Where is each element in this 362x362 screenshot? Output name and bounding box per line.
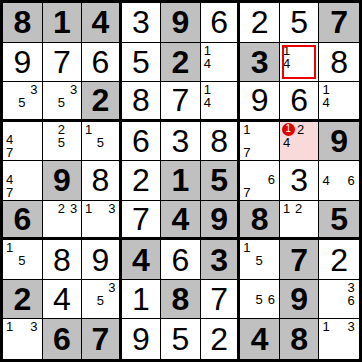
cell-r6c6[interactable]: 9 [201,201,241,241]
candidate-digit: 5 [18,254,25,267]
candidate-digit: 2 [58,123,65,136]
given-digit: 5 [330,203,348,235]
candidate-slot-4 [241,254,253,267]
candidate-slot-6 [68,136,80,149]
solved-digit: 4 [53,283,71,315]
cell-r8c5[interactable]: 8 [161,280,201,320]
cell-r5c8[interactable]: 3 [280,161,320,201]
candidate-slot-3: 3 [345,281,358,294]
candidate-slot-7 [83,149,95,160]
solved-digit: 8 [330,46,348,78]
candidate-slot-7: 7 [4,186,16,199]
candidate-slot-2 [333,162,346,174]
cell-r2c7[interactable]: 3 [240,43,280,83]
cell-r5c6[interactable]: 5 [201,161,241,201]
candidate-digit: 5 [58,136,65,149]
candidate-digit: 4 [204,96,211,109]
candidate-slot-3 [345,83,358,96]
candidate-slot-1 [241,162,253,173]
candidate-slot-8 [56,109,68,118]
candidates: 15 [4,241,41,278]
candidate-digit: 5 [256,254,263,267]
cell-r7c4[interactable]: 4 [122,240,162,280]
cell-r1c6[interactable]: 6 [201,3,241,43]
candidate-digit: 1 [85,123,92,136]
given-digit: 3 [210,244,228,276]
solved-digit: 6 [132,125,150,157]
candidates: 14 [202,44,237,81]
candidate-slot-9 [28,186,40,199]
candidate-digit: 2 [58,202,65,215]
cell-r7c2[interactable]: 8 [43,240,83,280]
cell-r6c9[interactable]: 5 [319,201,359,241]
solved-digit: 9 [91,244,109,276]
candidate-slot-8 [16,109,28,118]
cell-r2c1[interactable]: 9 [3,43,43,83]
candidate-digit: 6 [268,173,275,186]
candidate-digit: 3 [30,83,37,96]
cell-r8c2[interactable]: 4 [43,280,83,320]
candidate-digit: 4 [322,174,329,187]
candidate-digit: 6 [347,294,354,307]
candidates: 15 [241,241,278,278]
candidate-slot-6 [266,254,278,267]
candidate-slot-2 [95,281,107,294]
solved-digit: 3 [290,164,308,196]
candidate-slot-1: 1 [83,202,95,215]
candidate-slot-6 [68,215,80,226]
cell-r5c5[interactable]: 1 [161,161,201,201]
candidate-slot-1: 1 [241,123,253,136]
cell-r8c1[interactable]: 2 [3,280,43,320]
cell-r7c5[interactable]: 6 [161,240,201,280]
cell-r4c2[interactable]: 25 [43,122,83,162]
solved-digit: 9 [13,46,31,78]
candidate-slot-7 [202,70,214,81]
candidate-slot-8 [295,149,306,160]
cell-r1c3[interactable]: 4 [82,3,122,43]
candidate-slot-2 [213,83,225,96]
cell-r5c4[interactable]: 2 [122,161,162,201]
cell-r7c9[interactable]: 2 [319,240,359,280]
candidate-slot-1 [320,281,333,294]
cell-r9c8[interactable]: 8 [280,319,320,359]
candidate-slot-6 [28,333,40,345]
candidate-slot-9 [106,149,118,160]
cell-r5c9[interactable]: 46 [319,161,359,201]
cell-r9c6[interactable]: 2 [201,319,241,359]
candidate-slot-8 [213,109,225,118]
candidate-slot-8 [254,186,266,199]
candidate-slot-2 [95,123,107,136]
candidate-slot-9 [106,307,118,318]
candidate-slot-7 [44,226,56,237]
candidate-digit: 6 [347,174,354,187]
candidate-slot-5 [333,96,346,109]
candidate-slot-5 [95,215,107,226]
candidate-slot-7 [281,70,293,81]
candidate-slot-1: 1 [281,202,293,215]
cell-r8c4[interactable]: 1 [122,280,162,320]
candidate-slot-5: 5 [56,96,68,109]
given-digit: 9 [290,283,308,315]
cell-r9c3[interactable]: 7 [82,319,122,359]
candidate-slot-6 [106,294,118,307]
given-digit: 8 [251,203,269,235]
candidate-slot-4 [320,333,333,345]
candidate-slot-1: 1 [281,44,293,57]
candidate-slot-7 [281,149,295,160]
cell-r3c8[interactable]: 6 [280,82,320,122]
cell-r8c7[interactable]: 56 [240,280,280,320]
given-digit: 9 [53,164,71,196]
candidate-slot-9 [225,70,237,81]
candidate-slot-1: 1 [202,44,214,57]
solved-digit: 3 [172,125,190,157]
cell-r8c9[interactable]: 36 [319,280,359,320]
candidate-slot-6: 6 [345,174,358,187]
candidate-slot-9 [305,70,317,81]
given-digit: 7 [290,244,308,276]
cell-r9c1[interactable]: 13 [3,319,43,359]
given-digit: 8 [13,6,31,38]
cell-r2c3[interactable]: 6 [82,43,122,83]
candidate-slot-2: 2 [295,123,306,136]
solved-digit: 9 [251,84,269,116]
candidates: 36 [320,281,358,318]
solved-digit: 7 [172,84,190,116]
candidate-slot-5 [56,215,68,226]
cell-r1c2[interactable]: 1 [43,3,83,43]
candidate-slot-5 [293,57,305,70]
candidate-slot-1: 1 [320,320,333,333]
candidate-slot-1: 1 [281,123,295,136]
candidate-slot-7 [320,109,333,118]
candidates: 14 [320,83,358,118]
cell-r9c9[interactable]: 13 [319,319,359,359]
cell-r4c7[interactable]: 17 [240,122,280,162]
circled-candidate-digit: 1 [282,123,295,136]
candidate-slot-3 [305,202,317,215]
candidate-slot-9 [306,149,317,160]
cell-r3c5[interactable]: 7 [161,82,201,122]
candidate-slot-4: 4 [281,136,295,149]
candidate-slot-4 [83,136,95,149]
candidate-slot-9 [225,109,237,118]
cell-r1c5[interactable]: 9 [161,3,201,43]
candidate-digit: 1 [204,44,211,57]
candidate-slot-5 [333,333,346,345]
candidate-slot-9 [28,346,40,358]
candidate-slot-8 [293,226,305,237]
candidate-slot-1: 1 [83,123,95,136]
cell-r2c4[interactable]: 5 [122,43,162,83]
candidate-slot-3 [68,123,80,136]
cell-r4c9[interactable]: 9 [319,122,359,162]
cell-r6c1[interactable]: 6 [3,201,43,241]
candidate-slot-8 [16,267,28,278]
candidate-slot-8 [254,267,266,278]
cell-r1c1[interactable]: 8 [3,3,43,43]
candidate-slot-2 [333,83,346,96]
candidate-slot-4 [4,333,16,345]
cell-r5c2[interactable]: 9 [43,161,83,201]
candidate-digit: 7 [6,186,13,199]
cell-r7c3[interactable]: 9 [82,240,122,280]
cell-r3c7[interactable]: 9 [240,82,280,122]
candidate-slot-7 [320,187,333,199]
cell-r5c3[interactable]: 8 [82,161,122,201]
candidate-slot-1 [44,202,56,215]
cell-r3c9[interactable]: 14 [319,82,359,122]
solved-digit: 2 [132,164,150,196]
candidates: 47 [4,162,41,199]
candidate-slot-3 [28,241,40,254]
cell-r3c1[interactable]: 35 [3,82,43,122]
candidate-slot-4 [281,215,293,226]
given-digit: 4 [132,244,150,276]
candidate-slot-8 [16,346,28,358]
candidate-slot-7: 7 [241,146,253,159]
candidate-slot-7 [320,346,333,358]
cell-r4c1[interactable]: 47 [3,122,43,162]
candidate-slot-7 [4,109,16,118]
candidate-slot-3: 3 [28,320,40,333]
cell-r6c5[interactable]: 4 [161,201,201,241]
candidates: 35 [4,83,41,118]
candidate-slot-8 [213,70,225,81]
candidate-slot-9 [68,149,80,160]
candidate-slot-6 [305,57,317,70]
candidates: 46 [320,162,358,199]
candidate-slot-4 [320,294,333,307]
cell-r1c4[interactable]: 3 [122,3,162,43]
cell-r6c3[interactable]: 13 [82,201,122,241]
cell-r6c4[interactable]: 7 [122,201,162,241]
cell-r6c2[interactable]: 23 [43,201,83,241]
candidate-digit: 2 [295,202,302,215]
solved-digit: 5 [132,46,150,78]
cell-r7c7[interactable]: 15 [240,240,280,280]
candidate-slot-9 [345,187,358,199]
given-digit: 4 [251,323,269,355]
candidate-digit: 1 [283,202,290,215]
candidates: 25 [44,123,81,160]
candidates: 17 [241,123,278,160]
candidate-slot-3: 3 [106,281,118,294]
candidate-slot-6 [68,96,80,109]
candidate-slot-6: 6 [266,293,278,306]
given-digit: 6 [13,203,31,235]
candidate-digit: 3 [108,202,115,215]
given-digit: 8 [172,283,190,315]
cell-r9c5[interactable]: 5 [161,319,201,359]
cell-r8c3[interactable]: 35 [82,280,122,320]
candidate-slot-2 [333,320,346,333]
cell-r8c6[interactable]: 7 [201,280,241,320]
candidate-slot-9 [345,346,358,358]
cell-r2c6[interactable]: 14 [201,43,241,83]
candidate-slot-3 [225,83,237,96]
solved-digit: 5 [290,6,308,38]
solved-digit: 8 [53,244,71,276]
candidate-slot-9 [266,186,278,199]
given-digit: 9 [172,6,190,38]
candidate-slot-6 [225,57,237,70]
solved-digit: 6 [91,46,109,78]
candidate-slot-2 [254,281,266,293]
candidate-slot-5 [16,333,28,345]
cell-r3c4[interactable]: 8 [122,82,162,122]
candidates: 56 [241,281,278,318]
candidate-slot-5 [254,136,266,147]
cell-r2c5[interactable]: 2 [161,43,201,83]
candidate-slot-6 [305,215,317,226]
sudoku-board: 8143962579765214314835352871496144725156… [0,0,362,362]
cell-r7c8[interactable]: 7 [280,240,320,280]
candidate-digit: 1 [6,241,13,254]
candidates: 13 [83,202,118,237]
candidate-slot-5 [16,173,28,186]
candidate-slot-3: 3 [345,320,358,333]
candidate-slot-4: 4 [320,96,333,109]
candidate-digit: 1 [283,44,290,57]
cell-r4c5[interactable]: 3 [161,122,201,162]
candidate-slot-2: 2 [56,202,68,215]
cell-r1c7[interactable]: 2 [240,3,280,43]
cell-r9c7[interactable]: 4 [240,319,280,359]
given-digit: 1 [53,6,71,38]
candidate-slot-8 [95,226,107,237]
cell-r2c8[interactable]: 14 [280,43,320,83]
solved-digit: 9 [132,323,150,355]
candidate-slot-8 [95,149,107,160]
candidate-slot-3 [28,123,40,134]
cell-r4c6[interactable]: 8 [201,122,241,162]
candidate-slot-3 [106,123,118,136]
candidate-slot-7 [83,226,95,237]
candidate-slot-2 [213,44,225,57]
given-digit: 2 [172,46,190,78]
cell-r6c7[interactable]: 8 [240,201,280,241]
cell-r6c8[interactable]: 12 [280,201,320,241]
candidate-slot-7 [83,307,95,318]
cell-r9c2[interactable]: 6 [43,319,83,359]
candidate-slot-7 [4,346,16,358]
solved-digit: 7 [53,46,71,78]
candidate-slot-7 [44,149,56,160]
candidate-digit: 1 [85,202,92,215]
candidates: 13 [4,320,41,358]
cell-r4c3[interactable]: 15 [82,122,122,162]
given-digit: 2 [13,283,31,315]
candidate-slot-8 [254,146,266,159]
candidates: 124 [281,123,318,160]
candidate-slot-5 [213,96,225,109]
candidate-slot-2 [16,123,28,134]
candidate-slot-9 [68,109,80,118]
solved-digit: 8 [91,164,109,196]
cell-r3c2[interactable]: 35 [43,82,83,122]
candidate-slot-4: 4 [4,173,16,186]
candidate-slot-1 [241,281,253,293]
candidate-slot-9 [266,267,278,278]
cell-r4c8[interactable]: 124 [280,122,320,162]
candidate-slot-8 [293,70,305,81]
candidate-slot-8 [16,186,28,199]
solved-digit: 2 [330,244,348,276]
candidate-slot-9 [106,226,118,237]
candidate-slot-2 [254,162,266,173]
candidate-digit: 4 [204,57,211,70]
candidate-slot-4 [44,215,56,226]
candidate-slot-1 [4,83,16,96]
candidate-slot-1 [83,281,95,294]
cell-r7c1[interactable]: 15 [3,240,43,280]
candidate-slot-6 [28,96,40,109]
solved-digit: 6 [290,84,308,116]
candidates: 47 [4,123,41,160]
cell-r4c4[interactable]: 6 [122,122,162,162]
candidate-slot-2: 2 [56,123,68,136]
candidate-slot-5: 5 [95,294,107,307]
candidate-slot-4 [83,294,95,307]
candidate-slot-3 [266,241,278,254]
given-digit: 7 [91,323,109,355]
candidate-slot-2 [16,162,28,173]
candidate-slot-3 [306,123,317,136]
solved-digit: 8 [210,125,228,157]
solved-digit: 7 [210,283,228,315]
candidate-slot-2 [293,44,305,57]
cell-r7c6[interactable]: 3 [201,240,241,280]
candidate-slot-4 [241,293,253,306]
cell-r5c1[interactable]: 47 [3,161,43,201]
cell-r9c4[interactable]: 9 [122,319,162,359]
candidate-slot-4: 4 [202,57,214,70]
candidate-slot-4: 4 [202,96,214,109]
given-digit: 9 [210,203,228,235]
cell-r2c9[interactable]: 8 [319,43,359,83]
candidate-slot-6 [266,136,278,147]
candidate-slot-4 [44,96,56,109]
given-digit: 2 [91,84,109,116]
candidate-slot-9 [345,109,358,118]
solved-digit: 7 [132,203,150,235]
candidate-slot-8 [56,226,68,237]
cell-r3c3[interactable]: 2 [82,82,122,122]
given-digit: 7 [330,6,348,38]
candidate-slot-9 [266,306,278,318]
candidate-digit: 3 [30,320,37,333]
cell-r2c2[interactable]: 7 [43,43,83,83]
candidate-slot-9 [266,146,278,159]
candidate-slot-8 [16,146,28,159]
candidates: 12 [281,202,318,237]
candidate-digit: 1 [243,241,250,254]
cell-r5c7[interactable]: 67 [240,161,280,201]
candidate-digit: 7 [6,146,13,159]
candidate-slot-5 [333,294,346,307]
cell-r3c6[interactable]: 14 [201,82,241,122]
candidate-slot-5 [333,174,346,187]
candidate-slot-9 [68,226,80,237]
cell-r8c8[interactable]: 9 [280,280,320,320]
candidate-slot-7 [4,267,16,278]
candidate-slot-4 [4,96,16,109]
cell-r1c8[interactable]: 5 [280,3,320,43]
cell-r1c9[interactable]: 7 [319,3,359,43]
